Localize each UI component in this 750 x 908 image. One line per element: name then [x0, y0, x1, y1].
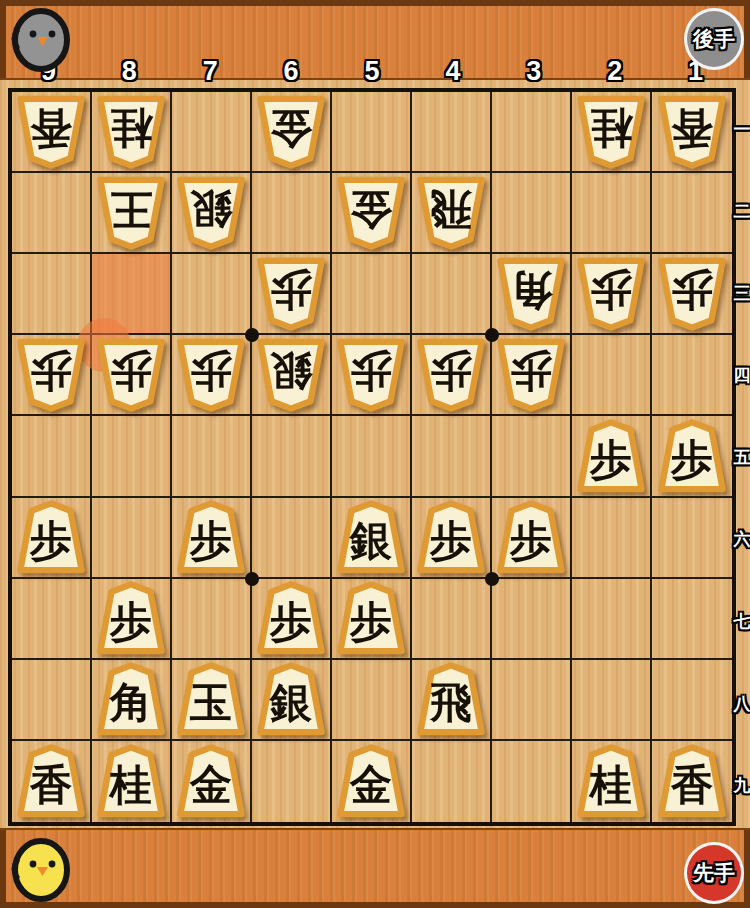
square-6i[interactable]	[252, 741, 332, 822]
gote-badge: 後手	[684, 8, 744, 70]
rank-label-7: 七	[734, 580, 750, 662]
sente-badge: 先手	[684, 842, 744, 904]
square-4b[interactable]: 飛	[412, 173, 492, 254]
square-1c[interactable]: 歩	[652, 254, 732, 335]
shogi-piece-sente-pawn[interactable]: 歩	[16, 500, 86, 574]
svg-text:歩: 歩	[270, 266, 313, 315]
square-5b[interactable]: 金	[332, 173, 412, 254]
file-label-6: 6	[251, 56, 332, 86]
square-7b[interactable]: 銀	[172, 173, 252, 254]
shogi-piece-sente-pawn[interactable]: 歩	[496, 500, 566, 574]
svg-text:銀: 銀	[270, 347, 313, 396]
square-4f[interactable]: 歩	[412, 498, 492, 579]
square-3a[interactable]	[492, 92, 572, 173]
shogi-piece-sente-knight[interactable]: 桂	[96, 744, 166, 818]
shogi-piece-sente-rook[interactable]: 飛	[416, 662, 486, 736]
svg-text:銀: 銀	[269, 678, 312, 727]
square-5h[interactable]	[332, 660, 412, 741]
shogi-app-screen: 後手 987654321 一二三四五六七八九 香桂金桂香王銀金飛歩角歩歩歩歩歩銀…	[0, 0, 750, 908]
square-8e[interactable]	[92, 416, 172, 497]
rank-label-9: 九	[734, 744, 750, 826]
svg-text:歩: 歩	[509, 516, 552, 565]
square-4a[interactable]	[412, 92, 492, 173]
square-1h[interactable]	[652, 660, 732, 741]
square-5i[interactable]: 金	[332, 741, 412, 822]
square-6b[interactable]	[252, 173, 332, 254]
svg-text:歩: 歩	[29, 516, 72, 565]
svg-text:飛: 飛	[430, 185, 473, 234]
svg-text:歩: 歩	[350, 347, 393, 396]
shogi-piece-gote-pawn[interactable]: 歩	[96, 338, 166, 412]
svg-text:歩: 歩	[189, 516, 232, 565]
board-grid: 香桂金桂香王銀金飛歩角歩歩歩歩歩銀歩歩歩歩歩歩歩銀歩歩歩歩歩角玉銀飛香桂金金桂香	[8, 88, 736, 826]
square-3d[interactable]: 歩	[492, 335, 572, 416]
shogi-piece-sente-pawn[interactable]: 歩	[336, 581, 406, 655]
square-2c[interactable]: 歩	[572, 254, 652, 335]
square-9b[interactable]	[12, 173, 92, 254]
svg-text:桂: 桂	[588, 760, 632, 809]
gote-badge-label: 後手	[693, 25, 735, 53]
shogi-piece-sente-pawn[interactable]: 歩	[416, 500, 486, 574]
square-8a[interactable]: 桂	[92, 92, 172, 173]
shogi-piece-sente-lance[interactable]: 香	[16, 744, 86, 818]
svg-text:歩: 歩	[670, 435, 713, 484]
file-label-7: 7	[170, 56, 251, 86]
sente-badge-label: 先手	[693, 859, 735, 887]
shogi-piece-sente-lance[interactable]: 香	[657, 744, 727, 818]
square-8g[interactable]: 歩	[92, 579, 172, 660]
shogi-piece-gote-pawn[interactable]: 歩	[336, 338, 406, 412]
file-label-8: 8	[89, 56, 170, 86]
square-4i[interactable]	[412, 741, 492, 822]
square-9a[interactable]: 香	[12, 92, 92, 173]
rank-label-8: 八	[734, 662, 750, 744]
shogi-piece-gote-knight[interactable]: 桂	[96, 95, 166, 169]
svg-text:歩: 歩	[671, 266, 714, 315]
square-5a[interactable]	[332, 92, 412, 173]
square-3b[interactable]	[492, 173, 572, 254]
shogi-piece-gote-silver[interactable]: 銀	[176, 176, 246, 250]
rank-label-3: 三	[734, 252, 750, 334]
square-9c[interactable]	[12, 254, 92, 335]
square-4g[interactable]	[412, 579, 492, 660]
shogi-piece-gote-knight[interactable]: 桂	[576, 95, 646, 169]
shogi-piece-gote-pawn[interactable]: 歩	[657, 257, 727, 331]
square-6d[interactable]: 銀	[252, 335, 332, 416]
file-label-2: 2	[574, 56, 655, 86]
shogi-piece-gote-pawn[interactable]: 歩	[416, 338, 486, 412]
shogi-piece-gote-pawn[interactable]: 歩	[576, 257, 646, 331]
svg-text:歩: 歩	[30, 347, 73, 396]
shogi-piece-gote-gold[interactable]: 金	[256, 95, 326, 169]
square-2i[interactable]: 桂	[572, 741, 652, 822]
square-4h[interactable]: 飛	[412, 660, 492, 741]
shogi-piece-gote-lance[interactable]: 香	[16, 95, 86, 169]
square-7c[interactable]	[172, 254, 252, 335]
square-3e[interactable]	[492, 416, 572, 497]
svg-text:歩: 歩	[109, 597, 152, 646]
svg-text:香: 香	[670, 760, 713, 809]
square-1g[interactable]	[652, 579, 732, 660]
shogi-piece-gote-silver[interactable]: 銀	[256, 338, 326, 412]
square-6e[interactable]	[252, 416, 332, 497]
square-9f[interactable]: 歩	[12, 498, 92, 579]
shogi-piece-sente-silver[interactable]: 銀	[256, 662, 326, 736]
square-5e[interactable]	[332, 416, 412, 497]
square-4d[interactable]: 歩	[412, 335, 492, 416]
svg-text:王: 王	[110, 185, 153, 234]
svg-text:桂: 桂	[590, 104, 634, 153]
square-1a[interactable]: 香	[652, 92, 732, 173]
rank-label-1: 一	[734, 88, 750, 170]
shogi-piece-gote-pawn[interactable]: 歩	[256, 257, 326, 331]
rank-label-6: 六	[734, 498, 750, 580]
square-2a[interactable]: 桂	[572, 92, 652, 173]
file-label-3: 3	[493, 56, 574, 86]
svg-text:金: 金	[189, 760, 232, 809]
shogi-piece-gote-gold[interactable]: 金	[336, 176, 406, 250]
shogi-piece-sente-gold[interactable]: 金	[336, 744, 406, 818]
shogi-piece-sente-silver[interactable]: 銀	[336, 500, 406, 574]
square-2f[interactable]	[572, 498, 652, 579]
square-2e[interactable]: 歩	[572, 416, 652, 497]
svg-text:香: 香	[671, 104, 714, 153]
shogi-piece-sente-pawn[interactable]: 歩	[96, 581, 166, 655]
svg-text:金: 金	[349, 760, 392, 809]
square-8b[interactable]: 王	[92, 173, 172, 254]
square-2h[interactable]	[572, 660, 652, 741]
square-6c[interactable]: 歩	[252, 254, 332, 335]
square-6a[interactable]: 金	[252, 92, 332, 173]
square-8d[interactable]: 歩	[92, 335, 172, 416]
square-7a[interactable]	[172, 92, 252, 173]
gote-avatar-chick-icon	[10, 6, 72, 72]
svg-text:歩: 歩	[429, 516, 472, 565]
square-7i[interactable]: 金	[172, 741, 252, 822]
square-9g[interactable]	[12, 579, 92, 660]
square-8i[interactable]: 桂	[92, 741, 172, 822]
square-1e[interactable]: 歩	[652, 416, 732, 497]
shogi-piece-gote-king[interactable]: 王	[96, 176, 166, 250]
svg-text:玉: 玉	[189, 678, 232, 727]
svg-text:角: 角	[108, 678, 152, 727]
shogi-piece-gote-bishop[interactable]: 角	[496, 257, 566, 331]
svg-text:歩: 歩	[589, 435, 632, 484]
svg-text:桂: 桂	[110, 104, 154, 153]
svg-text:銀: 銀	[190, 185, 233, 234]
square-5f[interactable]: 銀	[332, 498, 412, 579]
file-labels: 987654321	[8, 56, 736, 86]
square-7d[interactable]: 歩	[172, 335, 252, 416]
sente-avatar-chick-icon	[10, 836, 72, 902]
square-5d[interactable]: 歩	[332, 335, 412, 416]
square-7g[interactable]	[172, 579, 252, 660]
svg-text:歩: 歩	[110, 347, 153, 396]
shogi-piece-sente-king[interactable]: 玉	[176, 662, 246, 736]
svg-text:歩: 歩	[430, 347, 473, 396]
svg-text:香: 香	[29, 760, 72, 809]
svg-text:歩: 歩	[510, 347, 553, 396]
file-label-4: 4	[412, 56, 493, 86]
square-7e[interactable]	[172, 416, 252, 497]
square-9h[interactable]	[12, 660, 92, 741]
svg-text:金: 金	[270, 104, 313, 153]
square-1f[interactable]	[652, 498, 732, 579]
svg-text:香: 香	[30, 104, 73, 153]
file-label-5: 5	[332, 56, 413, 86]
svg-text:歩: 歩	[590, 266, 633, 315]
shogi-piece-sente-pawn[interactable]: 歩	[256, 581, 326, 655]
shogi-piece-sente-gold[interactable]: 金	[176, 744, 246, 818]
square-3h[interactable]	[492, 660, 572, 741]
square-3c[interactable]: 角	[492, 254, 572, 335]
square-7f[interactable]: 歩	[172, 498, 252, 579]
square-8h[interactable]: 角	[92, 660, 172, 741]
svg-text:歩: 歩	[269, 597, 312, 646]
square-1i[interactable]: 香	[652, 741, 732, 822]
shogi-piece-sente-pawn[interactable]: 歩	[576, 419, 646, 493]
shogi-piece-sente-bishop[interactable]: 角	[96, 662, 166, 736]
square-5c[interactable]	[332, 254, 412, 335]
square-8f[interactable]	[92, 498, 172, 579]
shogi-piece-sente-pawn[interactable]: 歩	[176, 500, 246, 574]
svg-text:金: 金	[350, 185, 393, 234]
svg-text:桂: 桂	[108, 760, 152, 809]
square-1d[interactable]	[652, 335, 732, 416]
svg-text:歩: 歩	[349, 597, 392, 646]
square-1b[interactable]	[652, 173, 732, 254]
shogi-piece-gote-pawn[interactable]: 歩	[16, 338, 86, 412]
shogi-piece-sente-knight[interactable]: 桂	[576, 744, 646, 818]
shogi-piece-gote-lance[interactable]: 香	[657, 95, 727, 169]
square-9i[interactable]: 香	[12, 741, 92, 822]
svg-text:歩: 歩	[190, 347, 233, 396]
rank-label-4: 四	[734, 334, 750, 416]
shogi-piece-gote-pawn[interactable]: 歩	[496, 338, 566, 412]
square-5g[interactable]: 歩	[332, 579, 412, 660]
shogi-piece-gote-pawn[interactable]: 歩	[176, 338, 246, 412]
square-2d[interactable]	[572, 335, 652, 416]
square-6f[interactable]	[252, 498, 332, 579]
shogi-piece-sente-pawn[interactable]: 歩	[657, 419, 727, 493]
square-4e[interactable]	[412, 416, 492, 497]
rank-label-5: 五	[734, 416, 750, 498]
svg-text:角: 角	[510, 266, 554, 315]
rank-labels: 一二三四五六七八九	[734, 88, 750, 826]
svg-text:飛: 飛	[429, 678, 472, 727]
shogi-piece-gote-rook[interactable]: 飛	[416, 176, 486, 250]
square-9e[interactable]	[12, 416, 92, 497]
square-2g[interactable]	[572, 579, 652, 660]
square-3f[interactable]: 歩	[492, 498, 572, 579]
svg-text:銀: 銀	[349, 516, 392, 565]
square-3i[interactable]	[492, 741, 572, 822]
square-6g[interactable]: 歩	[252, 579, 332, 660]
square-3g[interactable]	[492, 579, 572, 660]
square-4c[interactable]	[412, 254, 492, 335]
rank-label-2: 二	[734, 170, 750, 252]
square-6h[interactable]: 銀	[252, 660, 332, 741]
square-7h[interactable]: 玉	[172, 660, 252, 741]
square-9d[interactable]: 歩	[12, 335, 92, 416]
square-2b[interactable]	[572, 173, 652, 254]
